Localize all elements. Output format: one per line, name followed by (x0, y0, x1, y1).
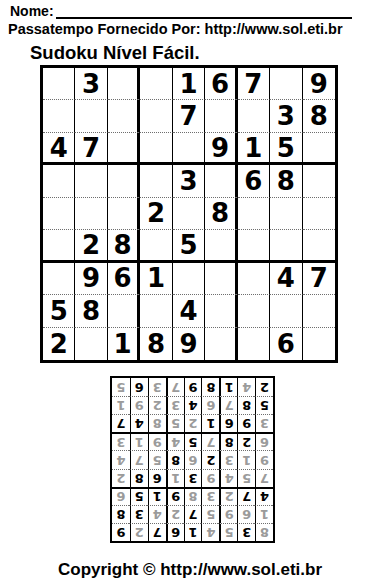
name-blank-line[interactable] (56, 4, 352, 19)
solution-cell: 9 (148, 432, 166, 450)
solution-cell: 8 (219, 432, 237, 450)
sudoku-cell[interactable] (43, 100, 75, 132)
sudoku-cell[interactable]: 5 (43, 295, 75, 327)
solution-cell: 5 (255, 396, 273, 414)
solution-cell: 3 (184, 469, 202, 487)
sudoku-cell[interactable]: 9 (205, 133, 237, 165)
sudoku-cell[interactable] (205, 165, 237, 197)
worksheet-page: Nome: Passatempo Fornecido Por: http://w… (0, 0, 380, 585)
sudoku-cell[interactable]: 7 (173, 100, 205, 132)
solution-cell: 2 (148, 396, 166, 414)
solution-cell: 8 (148, 414, 166, 432)
sudoku-cell[interactable] (303, 133, 335, 165)
sudoku-cell[interactable]: 8 (140, 328, 172, 360)
sudoku-cell[interactable]: 8 (270, 165, 302, 197)
solution-cell: 3 (201, 487, 219, 505)
sudoku-cell[interactable] (108, 100, 140, 132)
sudoku-cell[interactable] (43, 68, 75, 100)
solution-cell: 6 (130, 378, 148, 396)
sudoku-cell[interactable] (173, 198, 205, 230)
sudoku-board: 3167973847915368282859614758421896 (40, 65, 338, 363)
solution-cell: 3 (219, 450, 237, 468)
sudoku-cell[interactable] (303, 230, 335, 262)
solution-cell: 7 (148, 523, 166, 541)
solution-cell: 2 (112, 469, 130, 487)
solution-cell: 8 (237, 396, 255, 414)
sudoku-cell[interactable] (140, 230, 172, 262)
solution-cell: 5 (148, 450, 166, 468)
sudoku-cell[interactable] (75, 100, 107, 132)
solution-cell: 1 (201, 414, 219, 432)
sudoku-cell[interactable]: 4 (43, 133, 75, 165)
sudoku-cell[interactable]: 7 (75, 133, 107, 165)
solution-cell: 9 (255, 450, 273, 468)
solution-cell: 8 (184, 487, 202, 505)
solution-cell: 7 (237, 487, 255, 505)
solution-cell: 5 (201, 505, 219, 523)
sudoku-cell[interactable] (43, 198, 75, 230)
sudoku-cell[interactable] (205, 295, 237, 327)
solution-cell: 5 (112, 378, 130, 396)
sudoku-cell[interactable] (238, 230, 270, 262)
sudoku-cell[interactable] (303, 165, 335, 197)
solution-cell: 4 (201, 523, 219, 541)
provided-by-text: Passatempo Fornecido Por: http://www.sol… (8, 21, 343, 37)
solution-cell: 4 (166, 432, 184, 450)
sudoku-cell[interactable] (140, 165, 172, 197)
sudoku-cell[interactable]: 8 (75, 295, 107, 327)
sudoku-cell[interactable]: 1 (140, 263, 172, 295)
solution-cell: 3 (166, 396, 184, 414)
sudoku-cell[interactable] (108, 198, 140, 230)
sudoku-cell[interactable] (75, 165, 107, 197)
solution-cell: 2 (166, 505, 184, 523)
sudoku-cell[interactable] (270, 295, 302, 327)
solution-cell: 3 (112, 432, 130, 450)
sudoku-cell[interactable] (140, 68, 172, 100)
solution-cell: 6 (255, 432, 273, 450)
solution-cell: 6 (112, 487, 130, 505)
solution-cell: 4 (184, 396, 202, 414)
sudoku-cell[interactable]: 7 (238, 68, 270, 100)
solution-cell: 6 (148, 469, 166, 487)
sudoku-cell[interactable]: 5 (173, 230, 205, 262)
sudoku-cell[interactable] (140, 100, 172, 132)
solution-cell: 4 (148, 505, 166, 523)
sudoku-cell[interactable] (238, 295, 270, 327)
sudoku-cell[interactable] (173, 133, 205, 165)
solution-cell: 4 (237, 378, 255, 396)
solution-cell: 5 (237, 469, 255, 487)
sudoku-cell[interactable]: 9 (303, 68, 335, 100)
solution-cell: 2 (255, 378, 273, 396)
solution-cell: 9 (166, 487, 184, 505)
name-row: Nome: (10, 3, 352, 19)
solution-cell: 9 (112, 523, 130, 541)
sudoku-cell[interactable] (303, 328, 335, 360)
sudoku-cell[interactable]: 2 (140, 198, 172, 230)
sudoku-cell[interactable] (303, 295, 335, 327)
solution-cell: 4 (255, 487, 273, 505)
solution-cell: 3 (130, 505, 148, 523)
sudoku-cell[interactable] (108, 133, 140, 165)
sudoku-cell[interactable] (140, 133, 172, 165)
solution-cell: 9 (130, 396, 148, 414)
sudoku-cell[interactable] (238, 263, 270, 295)
sudoku-cell[interactable] (238, 328, 270, 360)
sudoku-cell[interactable]: 4 (173, 295, 205, 327)
solution-board: 8354167291695724384723891567549316829132… (110, 376, 275, 543)
solution-cell: 9 (219, 505, 237, 523)
sudoku-cell[interactable]: 3 (75, 68, 107, 100)
sudoku-cell[interactable]: 8 (108, 230, 140, 262)
solution-cell: 6 (237, 505, 255, 523)
sudoku-cell[interactable]: 1 (173, 68, 205, 100)
solution-cell: 2 (184, 414, 202, 432)
solution-cell: 2 (237, 432, 255, 450)
sudoku-cell[interactable]: 1 (238, 133, 270, 165)
solution-cell: 3 (255, 414, 273, 432)
sudoku-cell[interactable]: 6 (238, 165, 270, 197)
sudoku-cell[interactable]: 2 (43, 328, 75, 360)
solution-cell: 1 (130, 432, 148, 450)
sudoku-cell[interactable]: 9 (75, 263, 107, 295)
solution-cell: 3 (237, 523, 255, 541)
solution-cell: 1 (255, 505, 273, 523)
sudoku-cell[interactable] (205, 230, 237, 262)
solution-cell: 2 (219, 487, 237, 505)
sudoku-cell[interactable] (75, 198, 107, 230)
name-label: Nome: (10, 3, 54, 19)
solution-cell: 7 (255, 469, 273, 487)
sudoku-cell[interactable]: 3 (173, 165, 205, 197)
sudoku-cell[interactable]: 5 (270, 133, 302, 165)
solution-cell: 5 (219, 523, 237, 541)
sudoku-cell[interactable] (108, 295, 140, 327)
sudoku-cell[interactable] (303, 198, 335, 230)
sudoku-cell[interactable]: 6 (108, 263, 140, 295)
sudoku-cell[interactable] (270, 68, 302, 100)
sudoku-cell[interactable]: 8 (303, 100, 335, 132)
sudoku-cell[interactable] (75, 328, 107, 360)
solution-cell: 9 (184, 378, 202, 396)
solution-cell: 1 (219, 378, 237, 396)
sudoku-cell[interactable]: 8 (205, 198, 237, 230)
solution-cell: 2 (130, 523, 148, 541)
solution-cell: 6 (219, 414, 237, 432)
solution-cell: 8 (112, 505, 130, 523)
solution-cell: 5 (166, 414, 184, 432)
solution-cell: 4 (219, 469, 237, 487)
sudoku-cell[interactable]: 6 (205, 68, 237, 100)
solution-cell: 9 (201, 469, 219, 487)
solution-cell: 4 (112, 450, 130, 468)
solution-cell: 8 (130, 469, 148, 487)
sudoku-cell[interactable]: 2 (75, 230, 107, 262)
solution-cell: 6 (166, 523, 184, 541)
sudoku-cell[interactable] (238, 198, 270, 230)
solution-cell: 4 (130, 414, 148, 432)
solution-cell: 8 (255, 523, 273, 541)
sudoku-cell[interactable]: 1 (108, 328, 140, 360)
solution-cell: 5 (184, 432, 202, 450)
sudoku-cell[interactable]: 4 (270, 263, 302, 295)
sudoku-cell[interactable]: 3 (270, 100, 302, 132)
sudoku-cell[interactable] (108, 68, 140, 100)
solution-cell: 7 (112, 414, 130, 432)
sudoku-cell[interactable] (140, 295, 172, 327)
solution-cell: 8 (166, 450, 184, 468)
sudoku-cell[interactable]: 6 (270, 328, 302, 360)
sudoku-cell[interactable] (205, 100, 237, 132)
solution-cell: 6 (201, 396, 219, 414)
sudoku-cell[interactable] (238, 100, 270, 132)
solution-cell: 6 (184, 450, 202, 468)
copyright-text: Copyright © http://www.sol.eti.br (0, 560, 380, 580)
solution-cell: 7 (166, 378, 184, 396)
sudoku-cell[interactable] (205, 328, 237, 360)
sudoku-cell[interactable] (270, 198, 302, 230)
sudoku-cell[interactable] (205, 263, 237, 295)
sudoku-cell[interactable]: 7 (303, 263, 335, 295)
solution-cell: 1 (237, 450, 255, 468)
sudoku-cell[interactable]: 9 (173, 328, 205, 360)
sudoku-cell[interactable] (173, 263, 205, 295)
solution-cell: 3 (148, 378, 166, 396)
sudoku-cell[interactable] (270, 230, 302, 262)
sudoku-cell[interactable] (43, 230, 75, 262)
sudoku-cell[interactable] (43, 165, 75, 197)
solution-cell: 2 (201, 450, 219, 468)
solution-cell: 9 (237, 414, 255, 432)
solution-cell: 5 (130, 487, 148, 505)
sudoku-cell[interactable] (108, 165, 140, 197)
solution-cell: 8 (201, 378, 219, 396)
solution-cell: 1 (184, 523, 202, 541)
solution-cell: 1 (112, 396, 130, 414)
solution-cell: 7 (201, 432, 219, 450)
solution-cell: 1 (148, 487, 166, 505)
sudoku-cell[interactable] (43, 263, 75, 295)
solution-cell: 7 (184, 505, 202, 523)
page-title: Sudoku Nível Fácil. (30, 42, 200, 64)
solution-cell: 7 (219, 396, 237, 414)
solution-cell: 1 (166, 469, 184, 487)
solution-cell: 7 (130, 450, 148, 468)
